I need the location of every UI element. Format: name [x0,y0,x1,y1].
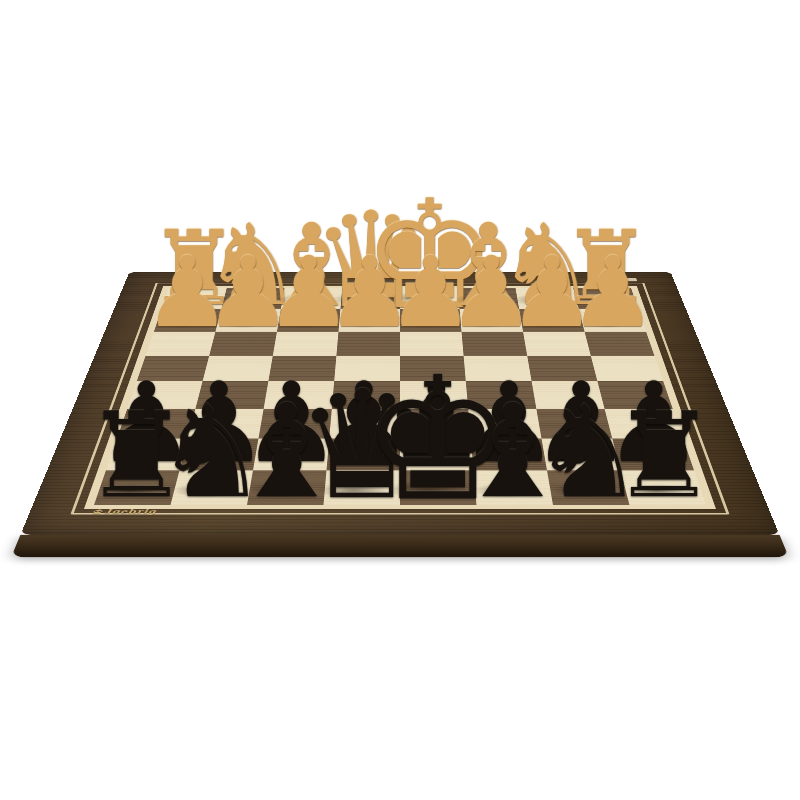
white-pawn[interactable]: ♟ [569,244,656,342]
pieces-layer: ♜♞♝♛♚♝♞♜♟♟♟♟♟♟♟♟♟♟♟♟♟♟♟♟♜♞♝♛♚♝♞♜ [0,0,800,800]
black-rook[interactable]: ♜ [611,397,716,514]
chess-board-photo: ♔Jaehrig ♜♞♝♛♚♝♞♜♟♟♟♟♟♟♟♟♟♟♟♟♟♟♟♟♜♞♝♛♚♝♞… [0,0,800,800]
